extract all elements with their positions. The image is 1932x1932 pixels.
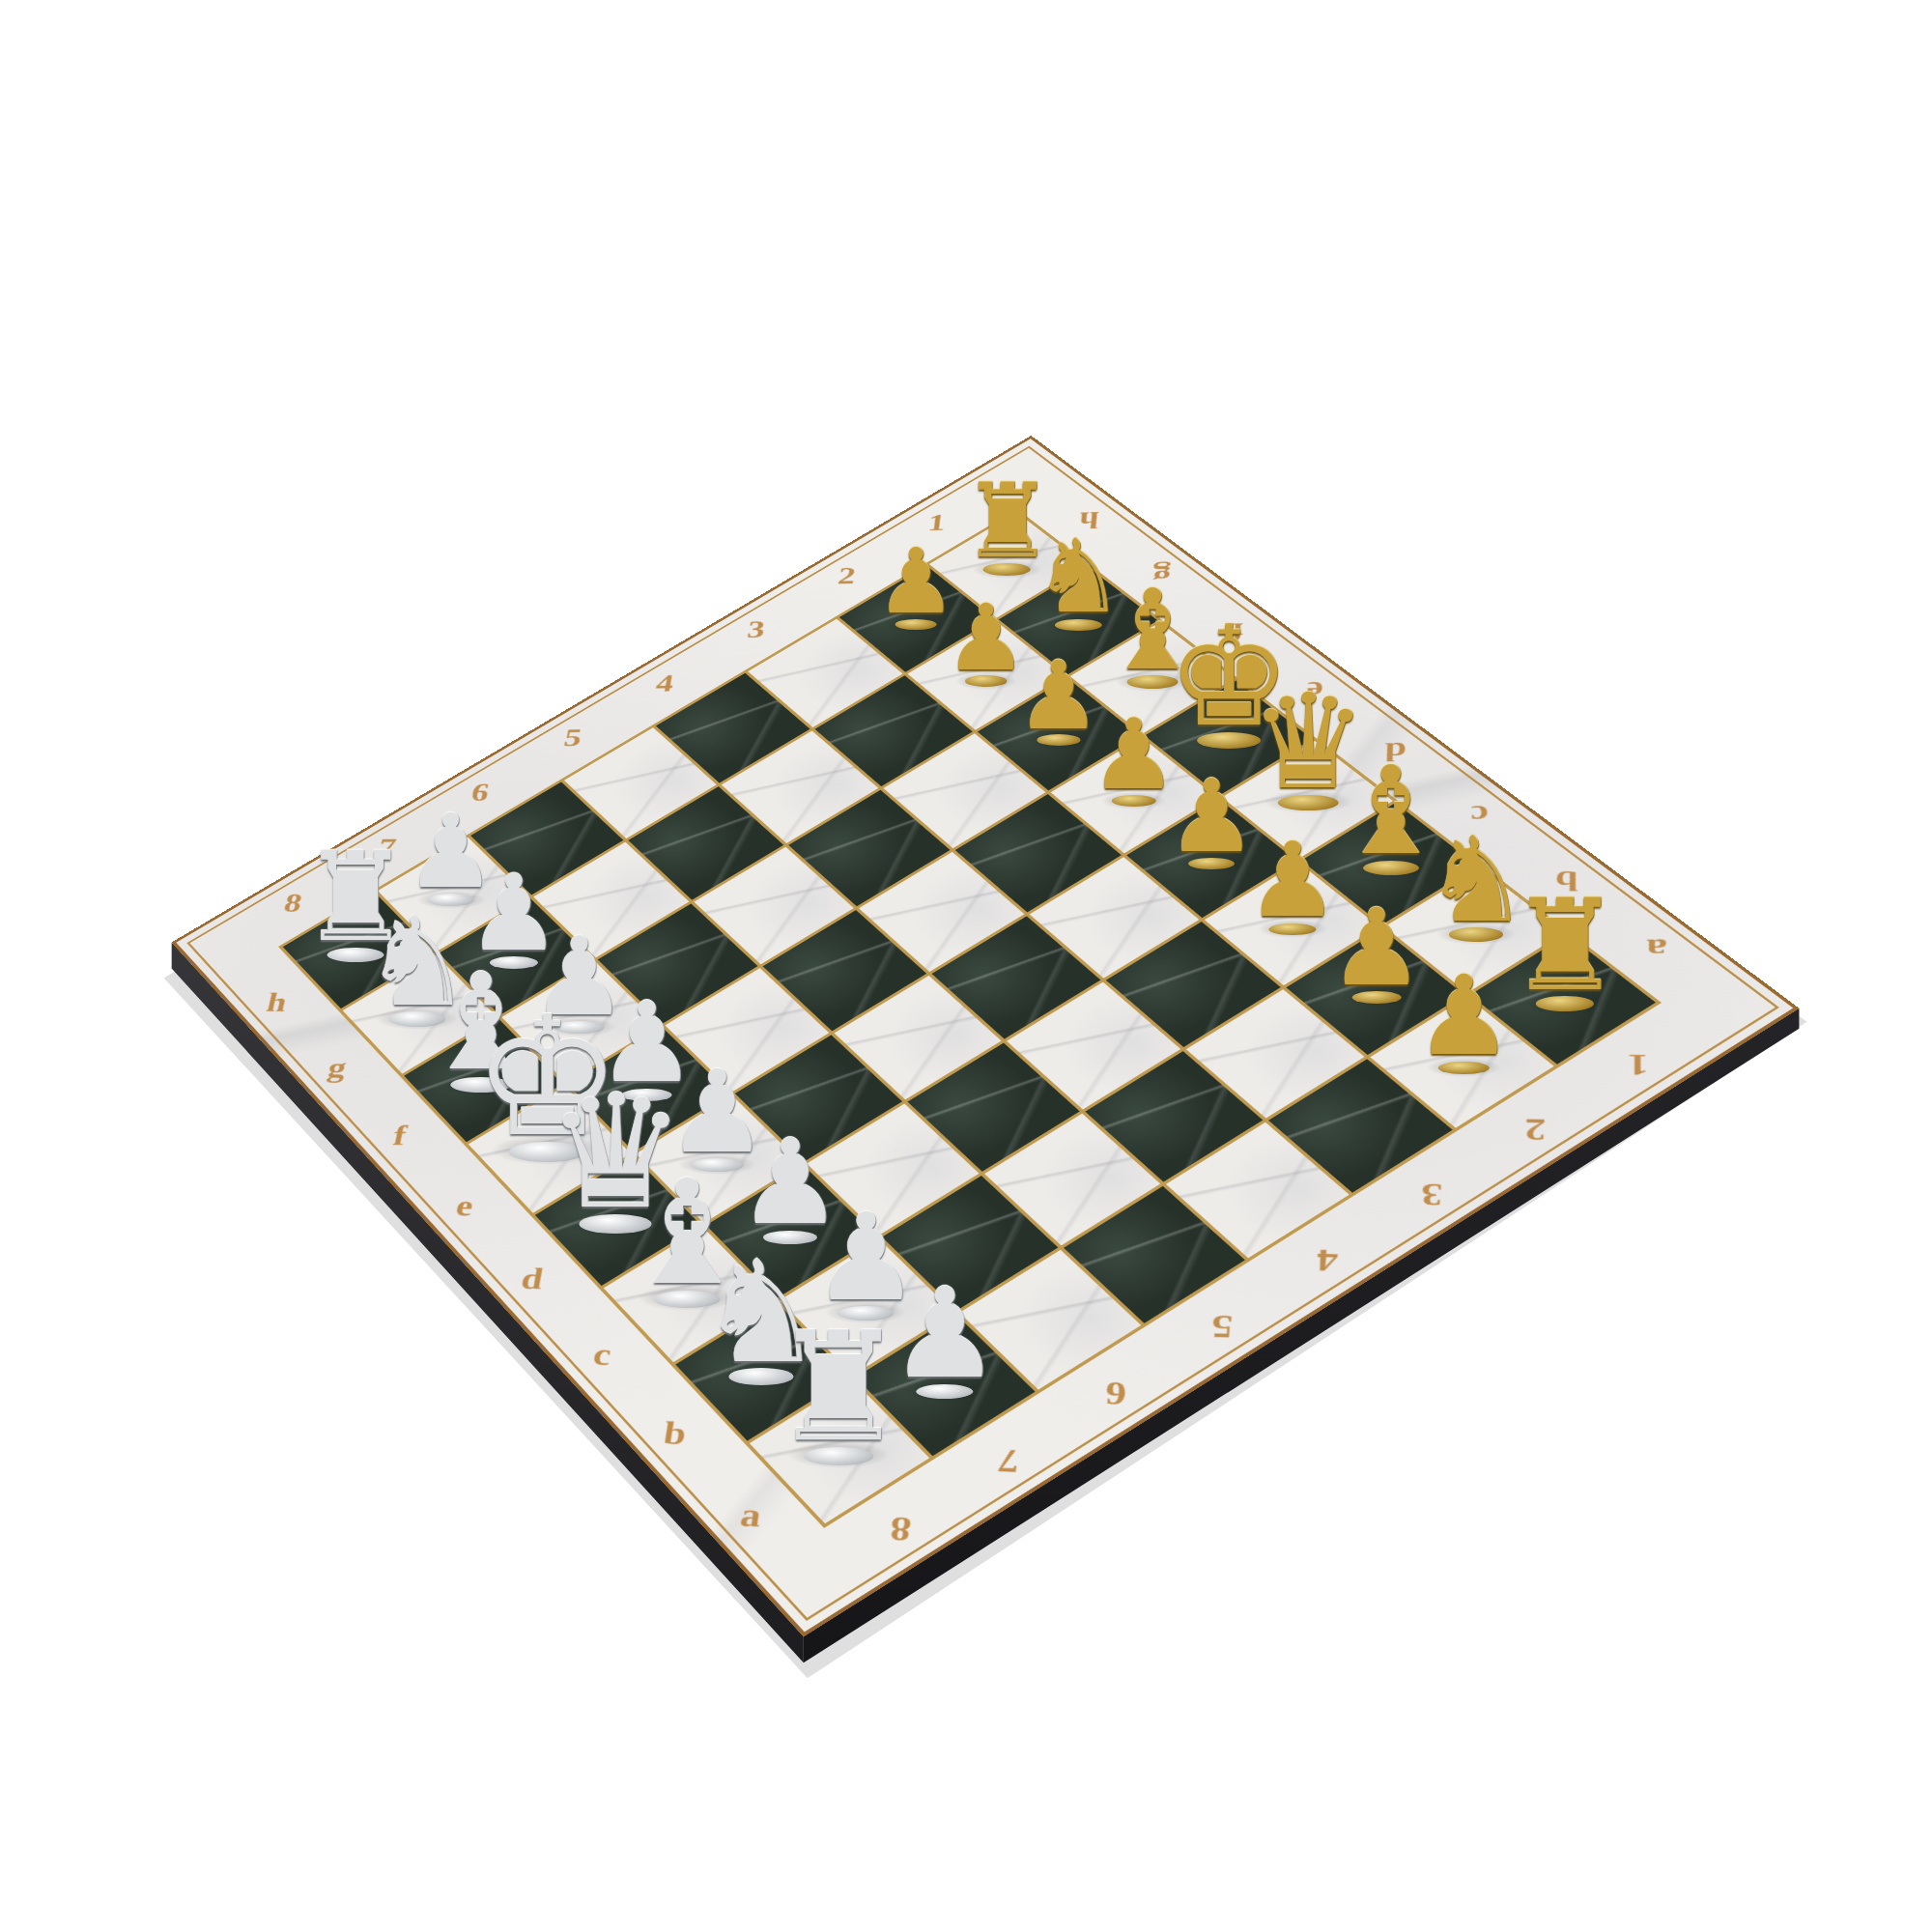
coordinate-label-bottomleft-4: d <box>504 1259 560 1299</box>
coordinate-label-bottomright-4: 4 <box>1299 1239 1356 1282</box>
board-grid <box>278 509 1662 1528</box>
coordinate-label-topright-3: e <box>1290 673 1341 707</box>
coordinate-label-topright-0: h <box>1065 504 1114 536</box>
coordinate-label-bottomright-5: 5 <box>1193 1305 1250 1349</box>
coordinate-label-bottomleft-3: e <box>438 1187 493 1226</box>
coordinate-label-bottomleft-1: g <box>310 1050 363 1086</box>
coordinate-label-bottomleft-5: c <box>574 1334 631 1376</box>
coordinate-label-bottomleft-0: h <box>250 985 302 1020</box>
coordinate-label-topright-6: b <box>1540 863 1593 899</box>
coordinate-label-topleft-8: 8 <box>268 887 319 920</box>
chess-board: 11hh22gg33ff44ee55dd66cc77bb88aa <box>278 509 1662 1528</box>
coordinate-label-bottomright-2: 2 <box>1508 1109 1564 1150</box>
coordinate-label-topleft-4: 4 <box>639 668 690 699</box>
coordinate-label-bottomleft-6: b <box>646 1412 704 1456</box>
coordinate-label-bottomright-3: 3 <box>1404 1174 1460 1215</box>
coordinate-label-bottomleft-2: f <box>373 1117 427 1154</box>
coordinate-label-topleft-5: 5 <box>548 722 598 754</box>
coordinate-label-topleft-2: 2 <box>822 560 871 592</box>
coordinate-label-topleft-7: 7 <box>361 831 412 864</box>
coordinate-label-topright-7: a <box>1630 930 1685 968</box>
coordinate-label-bottomright-7: 7 <box>980 1438 1037 1484</box>
coordinate-label-topleft-6: 6 <box>455 776 505 809</box>
coordinate-label-topleft-3: 3 <box>731 613 781 645</box>
coordinate-label-topright-4: d <box>1370 734 1421 769</box>
coordinate-label-bottomright-1: 1 <box>1610 1045 1666 1085</box>
coordinate-label-topright-5: c <box>1453 797 1505 833</box>
coordinate-label-bottomright-8: 8 <box>871 1506 930 1552</box>
coordinate-label-topright-2: f <box>1211 615 1262 648</box>
product-photo-scene: 11hh22gg33ff44ee55dd66cc77bb88aa ♜♟♞♟♝♟♚… <box>0 0 1932 1932</box>
coordinate-label-topright-1: g <box>1137 558 1186 591</box>
coordinate-label-topleft-1: 1 <box>913 507 961 539</box>
coordinate-label-bottomright-6: 6 <box>1087 1372 1145 1416</box>
coordinate-label-bottomleft-7: a <box>722 1493 781 1539</box>
